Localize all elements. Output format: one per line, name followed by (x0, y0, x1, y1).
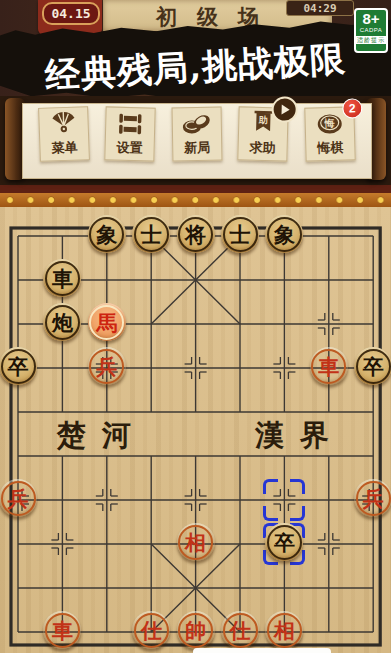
red-piece-車[interactable]: 車 (310, 347, 348, 385)
maroon-strip (0, 185, 391, 193)
black-piece-士[interactable]: 士 (132, 215, 170, 253)
river-label-left: 楚河 (42, 416, 162, 454)
svg-text:助: 助 (259, 115, 268, 125)
menu-button[interactable]: 菜单 (38, 106, 90, 162)
black-piece-象[interactable]: 象 (88, 215, 126, 253)
help-button[interactable]: 助 求助 (237, 106, 288, 161)
black-piece-卒[interactable]: 卒 (354, 347, 391, 385)
age-rating-value: 8+ (362, 10, 379, 27)
age-rating-org: CADPA (360, 27, 383, 34)
help-button-label: 求助 (249, 140, 275, 156)
black-piece-卒[interactable]: 卒 (0, 347, 37, 385)
last-move-marker (263, 479, 305, 521)
timer-right: 04:29 (286, 0, 354, 16)
new-game-button[interactable]: 新局 (172, 107, 223, 162)
scroll-icon (115, 108, 146, 141)
red-piece-仕[interactable]: 仕 (221, 611, 259, 649)
settings-button[interactable]: 设置 (104, 106, 155, 161)
undo-button-label: 悔棋 (317, 140, 343, 156)
new-game-button-label: 新局 (184, 140, 210, 155)
red-piece-帥[interactable]: 帥 (177, 611, 215, 649)
fan-icon (48, 107, 79, 140)
settings-button-label: 设置 (116, 140, 142, 156)
chess-pieces-icon (182, 108, 213, 141)
svg-text:悔: 悔 (324, 117, 335, 128)
menu-button-label: 菜单 (51, 140, 78, 156)
red-piece-兵[interactable]: 兵 (88, 347, 126, 385)
black-piece-士[interactable]: 士 (221, 215, 259, 253)
red-piece-兵[interactable]: 兵 (0, 479, 37, 517)
age-rating-badge: 8+ CADPA 适龄提示 (354, 8, 388, 53)
undo-button[interactable]: 2 悔 悔棋 (304, 106, 355, 161)
promo-banner-text: 经典残局,挑战极限 (0, 33, 391, 102)
xiangqi-app: 初级场 04.15 04:29 经典残局,挑战极限 8+ CADPA 适龄提示 (0, 0, 391, 653)
red-piece-兵[interactable]: 兵 (354, 479, 391, 517)
red-piece-相[interactable]: 相 (177, 523, 215, 561)
black-piece-将[interactable]: 将 (177, 215, 215, 253)
timer-left: 04.15 (42, 2, 100, 25)
header: 初级场 04.15 04:29 经典残局,挑战极限 8+ CADPA 适龄提示 (0, 0, 391, 100)
stud-bar (0, 193, 391, 207)
bottom-ui-strip (193, 648, 331, 653)
age-rating-caption: 适龄提示 (356, 36, 386, 44)
toolbar: 菜单 设置 (0, 96, 391, 185)
red-piece-馬[interactable]: 馬 (88, 303, 126, 341)
undo-coin-icon: 悔 (314, 108, 345, 141)
red-piece-仕[interactable]: 仕 (132, 611, 170, 649)
promo-banner: 经典残局,挑战极限 (0, 18, 391, 106)
river-label-right: 漢界 (240, 416, 360, 454)
